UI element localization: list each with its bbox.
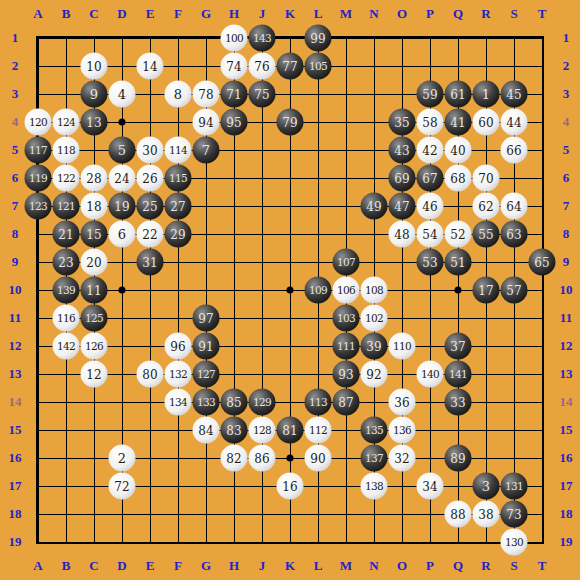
- go-stone[interactable]: 34: [417, 473, 444, 500]
- go-stone[interactable]: 35: [389, 109, 416, 136]
- go-stone[interactable]: 118: [53, 137, 80, 164]
- move-number-label: 39: [366, 340, 381, 352]
- row-label-right: 1: [563, 30, 570, 46]
- go-stone[interactable]: 64: [501, 193, 528, 220]
- go-stone[interactable]: 37: [445, 333, 472, 360]
- go-stone[interactable]: 127: [193, 361, 220, 388]
- column-label-bottom: R: [481, 558, 490, 574]
- grid-line-horizontal: [38, 318, 543, 319]
- go-stone[interactable]: 39: [361, 333, 388, 360]
- go-stone[interactable]: 121: [53, 193, 80, 220]
- row-label-right: 19: [560, 534, 573, 550]
- go-stone[interactable]: 113: [305, 389, 332, 416]
- go-stone[interactable]: 49: [361, 193, 388, 220]
- move-number-label: 115: [169, 173, 187, 184]
- go-stone[interactable]: 117: [25, 137, 52, 164]
- go-stone[interactable]: 71: [221, 81, 248, 108]
- column-label-bottom: O: [397, 558, 407, 574]
- go-stone[interactable]: 81: [277, 417, 304, 444]
- go-stone[interactable]: 20: [81, 249, 108, 276]
- go-stone[interactable]: 140: [417, 361, 444, 388]
- row-label-right: 2: [563, 58, 570, 74]
- move-number-label: 43: [394, 144, 409, 156]
- go-stone[interactable]: 107: [333, 249, 360, 276]
- go-stone[interactable]: 142: [53, 333, 80, 360]
- move-number-label: 49: [366, 200, 381, 212]
- move-number-label: 52: [450, 228, 465, 240]
- go-stone[interactable]: 5: [109, 137, 136, 164]
- move-number-label: 84: [198, 424, 213, 436]
- go-stone[interactable]: 85: [221, 389, 248, 416]
- move-number-label: 47: [394, 200, 409, 212]
- go-stone[interactable]: 79: [277, 109, 304, 136]
- move-number-label: 3: [482, 480, 490, 493]
- row-label-left: 9: [12, 254, 19, 270]
- go-stone[interactable]: 109: [305, 277, 332, 304]
- go-stone[interactable]: 27: [165, 193, 192, 220]
- go-stone[interactable]: 36: [389, 389, 416, 416]
- go-stone[interactable]: 55: [473, 221, 500, 248]
- go-stone[interactable]: 74: [221, 53, 248, 80]
- hoshi-point: [119, 119, 126, 126]
- go-stone[interactable]: 40: [445, 137, 472, 164]
- go-stone[interactable]: 132: [165, 361, 192, 388]
- move-number-label: 128: [253, 425, 271, 436]
- move-number-label: 14: [142, 60, 157, 72]
- move-number-label: 25: [142, 200, 157, 212]
- move-number-label: 22: [142, 228, 157, 240]
- move-number-label: 124: [57, 117, 75, 128]
- go-stone[interactable]: 16: [277, 473, 304, 500]
- row-label-right: 18: [560, 506, 573, 522]
- go-stone[interactable]: 66: [501, 137, 528, 164]
- go-stone[interactable]: 93: [333, 361, 360, 388]
- move-number-label: 142: [57, 341, 75, 352]
- go-stone[interactable]: 116: [53, 305, 80, 332]
- hoshi-point: [119, 287, 126, 294]
- go-stone[interactable]: 115: [165, 165, 192, 192]
- go-stone[interactable]: 103: [333, 305, 360, 332]
- go-stone[interactable]: 77: [277, 53, 304, 80]
- row-label-right: 14: [560, 394, 573, 410]
- move-number-label: 120: [29, 117, 47, 128]
- column-label-top: F: [174, 6, 182, 22]
- row-label-right: 3: [563, 86, 570, 102]
- move-number-label: 76: [254, 60, 269, 72]
- move-number-label: 87: [338, 396, 353, 408]
- go-stone[interactable]: 23: [53, 249, 80, 276]
- column-label-bottom: K: [285, 558, 295, 574]
- go-stone[interactable]: 28: [81, 165, 108, 192]
- go-stone[interactable]: 143: [249, 25, 276, 52]
- move-number-label: 80: [142, 368, 157, 380]
- go-stone[interactable]: 135: [361, 417, 388, 444]
- move-number-label: 45: [506, 88, 521, 100]
- go-stone[interactable]: 54: [417, 221, 444, 248]
- go-stone[interactable]: 83: [221, 417, 248, 444]
- go-stone[interactable]: 9: [81, 81, 108, 108]
- column-label-bottom: N: [369, 558, 378, 574]
- move-number-label: 11: [86, 284, 101, 296]
- column-label-bottom: C: [89, 558, 98, 574]
- move-number-label: 38: [478, 508, 493, 520]
- go-stone[interactable]: 141: [445, 361, 472, 388]
- go-stone[interactable]: 120: [25, 109, 52, 136]
- move-number-label: 55: [478, 228, 493, 240]
- go-stone[interactable]: 58: [417, 109, 444, 136]
- row-label-left: 8: [12, 226, 19, 242]
- column-label-top: E: [146, 6, 155, 22]
- move-number-label: 91: [198, 340, 213, 352]
- go-stone[interactable]: 15: [81, 221, 108, 248]
- go-stone[interactable]: 18: [81, 193, 108, 220]
- row-label-right: 11: [560, 310, 572, 326]
- grid-line-horizontal: [38, 542, 543, 543]
- move-number-label: 88: [450, 508, 465, 520]
- row-label-left: 5: [12, 142, 19, 158]
- go-stone[interactable]: 60: [473, 109, 500, 136]
- move-number-label: 36: [394, 396, 409, 408]
- go-stone[interactable]: 51: [445, 249, 472, 276]
- go-stone[interactable]: 12: [81, 361, 108, 388]
- column-label-bottom: Q: [453, 558, 463, 574]
- go-stone[interactable]: 108: [361, 277, 388, 304]
- go-stone[interactable]: 75: [249, 81, 276, 108]
- column-label-top: H: [229, 6, 239, 22]
- go-stone[interactable]: 13: [81, 109, 108, 136]
- go-stone[interactable]: 26: [137, 165, 164, 192]
- move-number-label: 44: [506, 116, 521, 128]
- go-stone[interactable]: 52: [445, 221, 472, 248]
- column-label-top: S: [510, 6, 517, 22]
- move-number-label: 12: [86, 368, 101, 380]
- move-number-label: 77: [282, 60, 297, 72]
- row-label-right: 10: [560, 282, 573, 298]
- go-stone[interactable]: 62: [473, 193, 500, 220]
- move-number-label: 65: [534, 256, 549, 268]
- hoshi-point: [287, 287, 294, 294]
- move-number-label: 138: [365, 481, 383, 492]
- go-stone[interactable]: 78: [193, 81, 220, 108]
- move-number-label: 129: [253, 397, 271, 408]
- row-label-right: 15: [560, 422, 573, 438]
- go-stone[interactable]: 114: [165, 137, 192, 164]
- go-stone[interactable]: 4: [109, 81, 136, 108]
- row-label-right: 5: [563, 142, 570, 158]
- go-stone[interactable]: 48: [389, 221, 416, 248]
- move-number-label: 29: [170, 228, 185, 240]
- go-stone[interactable]: 25: [137, 193, 164, 220]
- go-stone[interactable]: 24: [109, 165, 136, 192]
- column-label-top: G: [201, 6, 211, 22]
- go-stone[interactable]: 87: [333, 389, 360, 416]
- move-number-label: 116: [57, 313, 75, 324]
- go-stone[interactable]: 8: [165, 81, 192, 108]
- row-label-right: 9: [563, 254, 570, 270]
- go-stone[interactable]: 119: [25, 165, 52, 192]
- go-stone[interactable]: 41: [445, 109, 472, 136]
- row-label-right: 4: [563, 114, 570, 130]
- go-stone[interactable]: 30: [137, 137, 164, 164]
- go-stone[interactable]: 112: [305, 417, 332, 444]
- column-label-top: L: [314, 6, 323, 22]
- move-number-label: 16: [282, 480, 297, 492]
- go-stone[interactable]: 63: [501, 221, 528, 248]
- go-stone[interactable]: 65: [529, 249, 556, 276]
- go-stone[interactable]: 3: [473, 473, 500, 500]
- column-label-top: C: [89, 6, 98, 22]
- row-label-left: 7: [12, 198, 19, 214]
- go-stone[interactable]: 126: [81, 333, 108, 360]
- go-stone[interactable]: 130: [501, 529, 528, 556]
- move-number-label: 94: [198, 116, 213, 128]
- go-stone[interactable]: 96: [165, 333, 192, 360]
- row-label-left: 18: [9, 506, 22, 522]
- go-stone[interactable]: 136: [389, 417, 416, 444]
- move-number-label: 90: [310, 452, 325, 464]
- row-label-left: 10: [9, 282, 22, 298]
- move-number-label: 75: [254, 88, 269, 100]
- move-number-label: 143: [253, 33, 271, 44]
- move-number-label: 5: [118, 144, 126, 157]
- row-label-left: 16: [9, 450, 22, 466]
- go-stone[interactable]: 133: [193, 389, 220, 416]
- go-stone[interactable]: 44: [501, 109, 528, 136]
- move-number-label: 122: [57, 173, 75, 184]
- move-number-label: 73: [506, 508, 521, 520]
- move-number-label: 114: [169, 145, 187, 156]
- hoshi-point: [287, 455, 294, 462]
- row-label-right: 6: [563, 170, 570, 186]
- go-stone[interactable]: 21: [53, 221, 80, 248]
- column-label-top: K: [285, 6, 295, 22]
- column-label-bottom: M: [340, 558, 352, 574]
- move-number-label: 107: [337, 257, 355, 268]
- column-label-top: J: [259, 6, 266, 22]
- move-number-label: 69: [394, 172, 409, 184]
- go-stone[interactable]: 110: [389, 333, 416, 360]
- go-stone[interactable]: 6: [109, 221, 136, 248]
- go-stone[interactable]: 88: [445, 501, 472, 528]
- move-number-label: 135: [365, 425, 383, 436]
- column-label-bottom: S: [510, 558, 517, 574]
- move-number-label: 32: [394, 452, 409, 464]
- move-number-label: 132: [169, 369, 187, 380]
- move-number-label: 134: [169, 397, 187, 408]
- move-number-label: 126: [85, 341, 103, 352]
- go-stone[interactable]: 10: [81, 53, 108, 80]
- column-label-bottom: J: [259, 558, 266, 574]
- move-number-label: 33: [450, 396, 465, 408]
- go-stone[interactable]: 138: [361, 473, 388, 500]
- move-number-label: 34: [422, 480, 437, 492]
- go-stone[interactable]: 11: [81, 277, 108, 304]
- move-number-label: 7: [202, 144, 210, 157]
- go-stone[interactable]: 111: [333, 333, 360, 360]
- go-stone[interactable]: 124: [53, 109, 80, 136]
- move-number-label: 18: [86, 200, 101, 212]
- move-number-label: 70: [478, 172, 493, 184]
- go-stone[interactable]: 128: [249, 417, 276, 444]
- move-number-label: 9: [90, 88, 98, 101]
- go-stone[interactable]: 29: [165, 221, 192, 248]
- go-stone[interactable]: 100: [221, 25, 248, 52]
- go-stone[interactable]: 76: [249, 53, 276, 80]
- go-stone[interactable]: 102: [361, 305, 388, 332]
- move-number-label: 105: [309, 61, 327, 72]
- move-number-label: 21: [58, 228, 73, 240]
- column-label-top: B: [62, 6, 71, 22]
- go-stone[interactable]: 129: [249, 389, 276, 416]
- move-number-label: 1: [482, 88, 490, 101]
- row-label-right: 7: [563, 198, 570, 214]
- go-stone[interactable]: 57: [501, 277, 528, 304]
- move-number-label: 35: [394, 116, 409, 128]
- go-stone[interactable]: 134: [165, 389, 192, 416]
- go-stone[interactable]: 33: [445, 389, 472, 416]
- move-number-label: 99: [310, 32, 325, 44]
- row-label-left: 13: [9, 366, 22, 382]
- column-label-bottom: T: [538, 558, 547, 574]
- move-number-label: 133: [197, 397, 215, 408]
- go-stone[interactable]: 68: [445, 165, 472, 192]
- go-stone[interactable]: 22: [137, 221, 164, 248]
- move-number-label: 71: [226, 88, 241, 100]
- go-stone[interactable]: 61: [445, 81, 472, 108]
- go-stone[interactable]: 19: [109, 193, 136, 220]
- row-label-left: 2: [12, 58, 19, 74]
- move-number-label: 59: [422, 88, 437, 100]
- move-number-label: 68: [450, 172, 465, 184]
- go-stone[interactable]: 69: [389, 165, 416, 192]
- go-stone[interactable]: 90: [305, 445, 332, 472]
- go-stone[interactable]: 2: [109, 445, 136, 472]
- column-label-top: T: [538, 6, 547, 22]
- row-label-right: 16: [560, 450, 573, 466]
- move-number-label: 93: [338, 368, 353, 380]
- go-stone[interactable]: 43: [389, 137, 416, 164]
- move-number-label: 23: [58, 256, 73, 268]
- move-number-label: 112: [309, 425, 327, 436]
- move-number-label: 74: [226, 60, 241, 72]
- go-stone[interactable]: 91: [193, 333, 220, 360]
- column-label-bottom: H: [229, 558, 239, 574]
- go-stone[interactable]: 73: [501, 501, 528, 528]
- column-label-top: N: [369, 6, 378, 22]
- move-number-label: 2: [118, 452, 126, 465]
- go-board[interactable]: AABBCCDDEEFFGGHHJJKKLLMMNNOOPPQQRRSSTT11…: [0, 0, 580, 580]
- move-number-label: 123: [29, 201, 47, 212]
- row-label-left: 17: [9, 478, 22, 494]
- go-stone[interactable]: 92: [361, 361, 388, 388]
- move-number-label: 63: [506, 228, 521, 240]
- column-label-bottom: B: [62, 558, 71, 574]
- go-stone[interactable]: 86: [249, 445, 276, 472]
- row-label-left: 4: [12, 114, 19, 130]
- move-number-label: 30: [142, 144, 157, 156]
- go-stone[interactable]: 105: [305, 53, 332, 80]
- go-stone[interactable]: 99: [305, 25, 332, 52]
- move-number-label: 61: [450, 88, 465, 100]
- go-stone[interactable]: 95: [221, 109, 248, 136]
- move-number-label: 42: [422, 144, 437, 156]
- move-number-label: 83: [226, 424, 241, 436]
- move-number-label: 131: [505, 481, 523, 492]
- go-stone[interactable]: 47: [389, 193, 416, 220]
- go-stone[interactable]: 131: [501, 473, 528, 500]
- row-label-left: 6: [12, 170, 19, 186]
- go-stone[interactable]: 139: [53, 277, 80, 304]
- go-stone[interactable]: 97: [193, 305, 220, 332]
- move-number-label: 8: [174, 88, 182, 101]
- go-stone[interactable]: 67: [417, 165, 444, 192]
- row-label-right: 12: [560, 338, 573, 354]
- move-number-label: 103: [337, 313, 355, 324]
- move-number-label: 81: [282, 424, 297, 436]
- move-number-label: 66: [506, 144, 521, 156]
- move-number-label: 140: [421, 369, 439, 380]
- column-label-bottom: P: [426, 558, 434, 574]
- go-stone[interactable]: 53: [417, 249, 444, 276]
- move-number-label: 57: [506, 284, 521, 296]
- move-number-label: 40: [450, 144, 465, 156]
- move-number-label: 137: [365, 453, 383, 464]
- move-number-label: 17: [478, 284, 493, 296]
- go-stone[interactable]: 137: [361, 445, 388, 472]
- move-number-label: 46: [422, 200, 437, 212]
- go-stone[interactable]: 42: [417, 137, 444, 164]
- go-stone[interactable]: 125: [81, 305, 108, 332]
- move-number-label: 53: [422, 256, 437, 268]
- go-stone[interactable]: 89: [445, 445, 472, 472]
- row-label-left: 12: [9, 338, 22, 354]
- go-stone[interactable]: 84: [193, 417, 220, 444]
- column-label-bottom: F: [174, 558, 182, 574]
- go-stone[interactable]: 70: [473, 165, 500, 192]
- go-stone[interactable]: 14: [137, 53, 164, 80]
- move-number-label: 108: [365, 285, 383, 296]
- go-stone[interactable]: 17: [473, 277, 500, 304]
- go-stone[interactable]: 31: [137, 249, 164, 276]
- row-label-right: 13: [560, 366, 573, 382]
- move-number-label: 6: [118, 228, 126, 241]
- go-stone[interactable]: 46: [417, 193, 444, 220]
- column-label-bottom: G: [201, 558, 211, 574]
- go-stone[interactable]: 32: [389, 445, 416, 472]
- move-number-label: 109: [309, 285, 327, 296]
- go-stone[interactable]: 38: [473, 501, 500, 528]
- go-stone[interactable]: 122: [53, 165, 80, 192]
- go-stone[interactable]: 82: [221, 445, 248, 472]
- row-label-left: 15: [9, 422, 22, 438]
- go-stone[interactable]: 106: [333, 277, 360, 304]
- go-stone[interactable]: 1: [473, 81, 500, 108]
- go-stone[interactable]: 45: [501, 81, 528, 108]
- move-number-label: 106: [337, 285, 355, 296]
- move-number-label: 127: [197, 369, 215, 380]
- go-stone[interactable]: 123: [25, 193, 52, 220]
- go-stone[interactable]: 94: [193, 109, 220, 136]
- move-number-label: 100: [225, 33, 243, 44]
- go-stone[interactable]: 7: [193, 137, 220, 164]
- move-number-label: 110: [393, 341, 411, 352]
- go-stone[interactable]: 80: [137, 361, 164, 388]
- move-number-label: 96: [170, 340, 185, 352]
- row-label-left: 14: [9, 394, 22, 410]
- move-number-label: 130: [505, 537, 523, 548]
- go-stone[interactable]: 59: [417, 81, 444, 108]
- go-stone[interactable]: 72: [109, 473, 136, 500]
